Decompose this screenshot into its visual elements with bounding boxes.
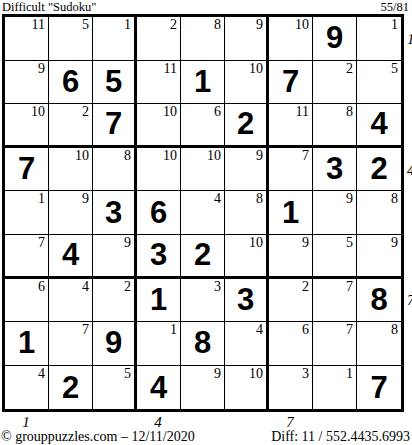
cell-value: [225, 235, 266, 276]
cell-r8c5[interactable]: 8: [181, 322, 225, 366]
cell-value: [225, 148, 266, 191]
copyright-text: © grouppuzzles.com – 12/11/2020: [1, 429, 195, 445]
cell-r6c5[interactable]: 2: [181, 235, 225, 279]
cell-r1c6[interactable]: 9: [225, 17, 269, 61]
cell-r7c2[interactable]: 4: [49, 279, 93, 323]
cell-r5c1[interactable]: 1: [5, 191, 49, 235]
cell-r3c5[interactable]: 6: [181, 104, 225, 148]
cell-r7c4[interactable]: 1: [137, 279, 181, 323]
cell-r2c6[interactable]: 10: [225, 61, 269, 105]
cell-value: 1: [5, 322, 48, 365]
cell-value: [5, 61, 48, 104]
cell-value: [181, 279, 224, 322]
cell-value: 3: [93, 191, 134, 234]
cell-r5c9[interactable]: 8: [357, 191, 401, 235]
cell-r6c3[interactable]: 9: [93, 235, 137, 279]
cell-value: 9: [313, 17, 356, 60]
cell-r9c9[interactable]: 7: [357, 366, 401, 410]
cell-r6c9[interactable]: 9: [357, 235, 401, 279]
cell-r1c4[interactable]: 2: [137, 17, 181, 61]
cell-r8c3[interactable]: 9: [93, 322, 137, 366]
cell-value: [313, 279, 356, 322]
cell-value: [5, 191, 48, 234]
cell-value: [93, 279, 134, 322]
cell-r2c2[interactable]: 6: [49, 61, 93, 105]
cell-value: [137, 322, 180, 365]
cell-value: [49, 17, 92, 60]
cell-r5c6[interactable]: 8: [225, 191, 269, 235]
cell-value: [49, 148, 92, 191]
cell-value: [181, 148, 224, 191]
cell-r6c4[interactable]: 3: [137, 235, 181, 279]
cell-r5c8[interactable]: 9: [313, 191, 357, 235]
cell-value: [269, 235, 312, 276]
cell-value: [269, 17, 312, 60]
cell-r9c1[interactable]: 4: [5, 366, 49, 410]
row-band-label-4: 4: [407, 162, 412, 179]
cell-r6c6[interactable]: 10: [225, 235, 269, 279]
cell-r5c7[interactable]: 1: [269, 191, 313, 235]
cell-r1c7[interactable]: 10: [269, 17, 313, 61]
cell-r4c9[interactable]: 2: [357, 148, 401, 192]
cell-r3c2[interactable]: 2: [49, 104, 93, 148]
cell-value: [225, 191, 266, 234]
cell-value: 2: [225, 104, 266, 145]
cell-value: 2: [49, 366, 92, 410]
cell-r2c5[interactable]: 1: [181, 61, 225, 105]
cell-value: [49, 104, 92, 145]
cell-r7c8[interactable]: 7: [313, 279, 357, 323]
cell-r3c7[interactable]: 11: [269, 104, 313, 148]
cell-value: 4: [357, 104, 401, 145]
cell-r2c1[interactable]: 9: [5, 61, 49, 105]
cell-r1c5[interactable]: 8: [181, 17, 225, 61]
cell-value: 7: [357, 366, 401, 410]
cell-r4c6[interactable]: 9: [225, 148, 269, 192]
sudoku-board: 1151289109196511110725102710621184710810…: [2, 14, 404, 412]
cell-r8c8[interactable]: 7: [313, 322, 357, 366]
cell-r8c7[interactable]: 6: [269, 322, 313, 366]
cell-value: [5, 235, 48, 276]
cell-value: [225, 322, 266, 365]
cell-value: [181, 366, 224, 410]
cell-value: [225, 17, 266, 60]
cell-value: 1: [181, 61, 224, 104]
cell-value: [137, 61, 180, 104]
cell-value: [93, 17, 134, 60]
cell-r6c1[interactable]: 7: [5, 235, 49, 279]
cell-r4c4[interactable]: 10: [137, 148, 181, 192]
cell-value: [137, 104, 180, 145]
cell-value: 2: [357, 148, 401, 191]
cell-value: 4: [49, 235, 92, 276]
cell-value: 2: [181, 235, 224, 276]
cell-r8c2[interactable]: 7: [49, 322, 93, 366]
cell-value: [49, 322, 92, 365]
cell-value: [269, 148, 312, 191]
cell-r9c2[interactable]: 2: [49, 366, 93, 410]
cell-r7c1[interactable]: 6: [5, 279, 49, 323]
cell-value: [93, 366, 134, 410]
cell-value: 7: [93, 104, 134, 145]
cell-r3c8[interactable]: 8: [313, 104, 357, 148]
cell-value: [269, 104, 312, 145]
cell-r8c9[interactable]: 8: [357, 322, 401, 366]
cell-r4c7[interactable]: 7: [269, 148, 313, 192]
cell-value: [49, 279, 92, 322]
cell-value: [181, 104, 224, 145]
cell-r7c9[interactable]: 8: [357, 279, 401, 323]
cell-r1c1[interactable]: 11: [5, 17, 49, 61]
cell-r1c8[interactable]: 9: [313, 17, 357, 61]
cell-value: [313, 104, 356, 145]
cell-r2c3[interactable]: 5: [93, 61, 137, 105]
cell-r2c9[interactable]: 5: [357, 61, 401, 105]
cell-value: 6: [49, 61, 92, 104]
cell-value: [225, 61, 266, 104]
cell-r4c5[interactable]: 10: [181, 148, 225, 192]
cell-r5c4[interactable]: 6: [137, 191, 181, 235]
cell-value: [93, 235, 134, 276]
progress-counter: 55/81: [381, 0, 409, 14]
cell-value: 1: [137, 279, 180, 322]
cell-r6c8[interactable]: 5: [313, 235, 357, 279]
row-band-label-7: 7: [407, 292, 412, 309]
row-band-label-1: 1: [407, 31, 412, 48]
cell-value: 1: [269, 191, 312, 234]
cell-r3c6[interactable]: 2: [225, 104, 269, 148]
footer: © grouppuzzles.com – 12/11/2020 Diff: 11…: [1, 429, 410, 445]
cell-value: [181, 17, 224, 60]
cell-r7c6[interactable]: 3: [225, 279, 269, 323]
cell-value: [357, 322, 401, 365]
cell-r9c3[interactable]: 5: [93, 366, 137, 410]
cell-r6c7[interactable]: 9: [269, 235, 313, 279]
cell-value: 6: [137, 191, 180, 234]
cell-r4c2[interactable]: 10: [49, 148, 93, 192]
cell-value: [269, 322, 312, 365]
cell-value: [5, 366, 48, 410]
cell-value: [225, 366, 266, 410]
cell-r9c7[interactable]: 3: [269, 366, 313, 410]
cell-value: 3: [225, 279, 266, 322]
cell-r7c3[interactable]: 2: [93, 279, 137, 323]
cell-value: 8: [181, 322, 224, 365]
cell-value: [313, 61, 356, 104]
cell-value: [269, 366, 312, 410]
cell-r5c5[interactable]: 4: [181, 191, 225, 235]
cell-r3c9[interactable]: 4: [357, 104, 401, 148]
cell-r1c9[interactable]: 1: [357, 17, 401, 61]
cell-value: [313, 191, 356, 234]
cell-r9c6[interactable]: 10: [225, 366, 269, 410]
cell-value: [357, 17, 401, 60]
cell-r2c4[interactable]: 11: [137, 61, 181, 105]
cell-value: 4: [137, 366, 180, 410]
cell-value: [5, 104, 48, 145]
cell-r5c2[interactable]: 9: [49, 191, 93, 235]
cell-r8c6[interactable]: 4: [225, 322, 269, 366]
cell-value: 9: [93, 322, 134, 365]
cell-r7c5[interactable]: 3: [181, 279, 225, 323]
cell-value: [137, 17, 180, 60]
cell-r8c1[interactable]: 1: [5, 322, 49, 366]
cell-value: [93, 148, 134, 191]
cell-value: [137, 148, 180, 191]
cell-r7c7[interactable]: 2: [269, 279, 313, 323]
cell-value: 7: [269, 61, 312, 104]
cell-value: [181, 191, 224, 234]
cell-r9c8[interactable]: 1: [313, 366, 357, 410]
header: Difficult "Sudoku" 55/81: [2, 0, 409, 14]
cell-value: [49, 191, 92, 234]
cell-value: 5: [93, 61, 134, 104]
cell-value: [357, 191, 401, 234]
cell-value: [313, 322, 356, 365]
puzzle-title: Difficult "Sudoku": [2, 0, 96, 14]
cell-value: [313, 235, 356, 276]
cell-r6c2[interactable]: 4: [49, 235, 93, 279]
cell-r2c8[interactable]: 2: [313, 61, 357, 105]
cell-value: [269, 279, 312, 322]
cell-value: 3: [313, 148, 356, 191]
cell-r5c3[interactable]: 3: [93, 191, 137, 235]
cell-r4c8[interactable]: 3: [313, 148, 357, 192]
cell-r3c4[interactable]: 10: [137, 104, 181, 148]
cell-r8c4[interactable]: 1: [137, 322, 181, 366]
cell-value: 8: [357, 279, 401, 322]
difficulty-text: Diff: 11 / 552.4435.6993: [271, 429, 410, 445]
cell-value: [357, 235, 401, 276]
cell-value: [5, 17, 48, 60]
cell-value: [5, 279, 48, 322]
cell-r9c5[interactable]: 9: [181, 366, 225, 410]
cell-r2c7[interactable]: 7: [269, 61, 313, 105]
cell-r1c2[interactable]: 5: [49, 17, 93, 61]
cell-r3c3[interactable]: 7: [93, 104, 137, 148]
cell-r3c1[interactable]: 10: [5, 104, 49, 148]
cell-value: [357, 61, 401, 104]
cell-r9c4[interactable]: 4: [137, 366, 181, 410]
cell-value: 7: [5, 148, 48, 191]
cell-r4c3[interactable]: 8: [93, 148, 137, 192]
cell-value: 3: [137, 235, 180, 276]
cell-r4c1[interactable]: 7: [5, 148, 49, 192]
cell-value: [313, 366, 356, 410]
cell-r1c3[interactable]: 1: [93, 17, 137, 61]
